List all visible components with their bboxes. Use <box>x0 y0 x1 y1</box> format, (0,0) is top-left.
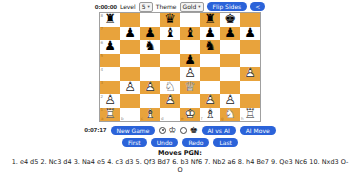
square-c3[interactable]: ♟♙ <box>140 81 160 95</box>
square-c5[interactable] <box>140 54 160 68</box>
file-label: e <box>181 117 183 121</box>
rank-label: 1 <box>101 108 104 112</box>
square-a6[interactable]: 6♟ <box>100 40 120 54</box>
square-g2[interactable]: ♟♙ <box>220 94 240 108</box>
chevron-down-icon: ▾ <box>198 4 200 9</box>
square-e3[interactable]: ♛♕ <box>180 81 200 95</box>
square-e1[interactable]: e♚♔ <box>180 108 200 122</box>
black-bishop-piece: ♝ <box>180 27 200 41</box>
white-bishop-piece: ♝♗ <box>200 108 220 122</box>
square-f4[interactable] <box>200 67 220 81</box>
white-king-piece: ♚♔ <box>180 108 200 122</box>
white-knight-piece: ♞♘ <box>220 108 240 122</box>
black-pawn-piece: ♟ <box>220 27 240 41</box>
square-e7[interactable]: ♝ <box>180 27 200 41</box>
square-f3[interactable] <box>200 81 220 95</box>
level-label: Level <box>120 3 136 10</box>
black-knight-piece: ♞ <box>140 40 160 54</box>
white-pawn-piece: ♟♙ <box>140 81 160 95</box>
square-g8[interactable]: ♚ <box>220 13 240 27</box>
square-a5[interactable]: 5 <box>100 54 120 68</box>
controls-row: 0:07:17 New Game ♔ ♚ AI vs AI AI Move <box>84 125 275 135</box>
level-select[interactable]: 5 ▾ <box>139 2 153 12</box>
white-pawn-piece: ♟♙ <box>160 94 180 108</box>
black-rook-piece: ♜ <box>100 13 120 27</box>
moves-section: Moves PGN: 1. e4 d5 2. Nc3 d4 3. Na4 e5 … <box>10 149 350 175</box>
chess-app: 0:00:00 Level 5 ▾ Theme Gold ▾ Flip Side… <box>0 0 360 176</box>
square-g7[interactable]: ♟ <box>220 27 240 41</box>
white-pawn-piece: ♟♙ <box>240 67 260 81</box>
undo-button[interactable]: Undo <box>151 138 179 147</box>
file-label: f <box>201 117 202 121</box>
square-g4[interactable] <box>220 67 240 81</box>
square-e6[interactable] <box>180 40 200 54</box>
square-f1[interactable]: f♝♗ <box>200 108 220 122</box>
square-b2[interactable] <box>120 94 140 108</box>
white-pawn-piece: ♟♙ <box>100 94 120 108</box>
square-a4[interactable]: 4 <box>100 67 120 81</box>
black-pawn-piece: ♟ <box>180 54 200 68</box>
theme-label: Theme <box>156 3 177 10</box>
file-label: a <box>101 117 103 121</box>
square-b3[interactable]: ♟♙ <box>120 81 140 95</box>
square-d1[interactable]: d <box>160 108 180 122</box>
square-d5[interactable] <box>160 54 180 68</box>
rank-label: 5 <box>101 54 104 58</box>
square-c8[interactable] <box>140 13 160 27</box>
square-a3[interactable]: 3 <box>100 81 120 95</box>
rank-label: 2 <box>101 95 104 99</box>
square-b4[interactable] <box>120 67 140 81</box>
square-a8[interactable]: 8♜ <box>100 13 120 27</box>
square-b8[interactable] <box>120 13 140 27</box>
chevron-down-icon: ▾ <box>148 4 150 9</box>
rank-label: 4 <box>101 68 104 72</box>
ai-vs-ai-button[interactable]: AI vs AI <box>202 126 236 135</box>
theme-select[interactable]: Gold ▾ <box>180 2 204 12</box>
white-pawn-piece: ♟♙ <box>120 81 140 95</box>
square-f7[interactable]: ♟ <box>200 27 220 41</box>
square-c7[interactable]: ♟ <box>140 27 160 41</box>
square-f6[interactable]: ♞ <box>200 40 220 54</box>
square-d8[interactable]: ♛ <box>160 13 180 27</box>
square-d6[interactable] <box>160 40 180 54</box>
black-bishop-piece: ♝ <box>160 27 180 41</box>
square-g5[interactable] <box>220 54 240 68</box>
play-white-radio[interactable] <box>159 127 166 134</box>
square-c4[interactable] <box>140 67 160 81</box>
first-button[interactable]: First <box>122 138 147 147</box>
square-b1[interactable]: b <box>120 108 140 122</box>
white-timer: 0:00:00 <box>95 4 117 10</box>
square-d2[interactable]: ♟♙ <box>160 94 180 108</box>
white-rook-piece: ♜♖ <box>100 108 120 122</box>
rank-label: 8 <box>101 14 104 18</box>
white-king-icon: ♔ <box>168 126 176 135</box>
square-e4[interactable]: ♟♙ <box>180 67 200 81</box>
moves-pgn-text: 1. e4 d5 2. Nc3 d4 3. Na4 e5 4. c3 d3 5.… <box>10 158 350 176</box>
square-g3[interactable] <box>220 81 240 95</box>
square-h2[interactable] <box>240 94 260 108</box>
square-h4[interactable]: ♟♙ <box>240 67 260 81</box>
square-b7[interactable]: ♟ <box>120 27 140 41</box>
black-pawn-piece: ♟ <box>140 27 160 41</box>
black-pawn-piece: ♟ <box>120 27 140 41</box>
rank-label: 7 <box>101 27 104 31</box>
square-h8[interactable] <box>240 13 260 27</box>
square-e2[interactable] <box>180 94 200 108</box>
ai-move-button[interactable]: AI Move <box>240 126 276 135</box>
square-e8[interactable] <box>180 13 200 27</box>
flip-sides-button[interactable]: Flip Sides <box>207 2 248 11</box>
file-label: h <box>241 117 244 121</box>
play-white-option[interactable]: ♔ <box>159 126 176 135</box>
square-f2[interactable]: ♟♙ <box>200 94 220 108</box>
square-a1[interactable]: 1a♜♖ <box>100 108 120 122</box>
chess-board[interactable]: 8♜♛♜♚7♟♟♝♝♟♟♟6♟♞♞5♟4♟♙♟♙3♟♙♟♙♞♘♛♕2♟♙♟♙♟♙… <box>99 12 261 122</box>
black-king-icon: ♚ <box>189 126 197 135</box>
file-label: b <box>121 117 124 121</box>
file-label: g <box>221 117 224 121</box>
white-queen-piece: ♛♕ <box>180 81 200 95</box>
square-b6[interactable] <box>120 40 140 54</box>
square-f8[interactable]: ♜ <box>200 13 220 27</box>
square-h7[interactable]: ♟ <box>240 27 260 41</box>
square-h5[interactable] <box>240 54 260 68</box>
square-h6[interactable] <box>240 40 260 54</box>
square-d4[interactable] <box>160 67 180 81</box>
nav-row: First Undo Redo Last <box>122 138 238 147</box>
white-pawn-piece: ♟♙ <box>220 94 240 108</box>
square-a7[interactable]: 7 <box>100 27 120 41</box>
rank-label: 6 <box>101 41 104 45</box>
black-king-piece: ♚ <box>220 13 240 27</box>
black-timer: 0:07:17 <box>84 127 106 133</box>
square-d3[interactable]: ♞♘ <box>160 81 180 95</box>
play-black-radio[interactable] <box>180 127 187 134</box>
black-rook-piece: ♜ <box>200 13 220 27</box>
top-bar: 0:00:00 Level 5 ▾ Theme Gold ▾ Flip Side… <box>95 2 265 11</box>
redo-button[interactable]: Redo <box>182 138 209 147</box>
white-bishop-piece: ♝♗ <box>140 108 160 122</box>
square-g6[interactable] <box>220 40 240 54</box>
square-h1[interactable]: h♜♖ <box>240 108 260 122</box>
play-black-option[interactable]: ♚ <box>180 126 197 135</box>
white-knight-piece: ♞♘ <box>160 81 180 95</box>
rank-label: 3 <box>101 81 104 85</box>
theme-select-value: Gold <box>183 3 197 10</box>
collapse-button[interactable]: < <box>250 2 265 11</box>
square-e5[interactable]: ♟ <box>180 54 200 68</box>
new-game-button[interactable]: New Game <box>111 126 156 135</box>
square-h3[interactable] <box>240 81 260 95</box>
square-d7[interactable]: ♝ <box>160 27 180 41</box>
black-pawn-piece: ♟ <box>200 27 220 41</box>
square-f5[interactable] <box>200 54 220 68</box>
file-label: d <box>161 117 164 121</box>
square-c6[interactable]: ♞ <box>140 40 160 54</box>
square-c2[interactable] <box>140 94 160 108</box>
square-g1[interactable]: g♞♘ <box>220 108 240 122</box>
level-select-value: 5 <box>142 3 146 10</box>
square-a2[interactable]: 2♟♙ <box>100 94 120 108</box>
white-pawn-piece: ♟♙ <box>200 94 220 108</box>
square-c1[interactable]: c♝♗ <box>140 108 160 122</box>
last-button[interactable]: Last <box>213 138 238 147</box>
white-rook-piece: ♜♖ <box>240 108 260 122</box>
black-pawn-piece: ♟ <box>100 40 120 54</box>
moves-pgn-header: Moves PGN: <box>10 149 350 157</box>
file-label: c <box>141 117 143 121</box>
white-pawn-piece: ♟♙ <box>180 67 200 81</box>
black-knight-piece: ♞ <box>200 40 220 54</box>
black-pawn-piece: ♟ <box>240 27 260 41</box>
square-b5[interactable] <box>120 54 140 68</box>
black-queen-piece: ♛ <box>160 13 180 27</box>
